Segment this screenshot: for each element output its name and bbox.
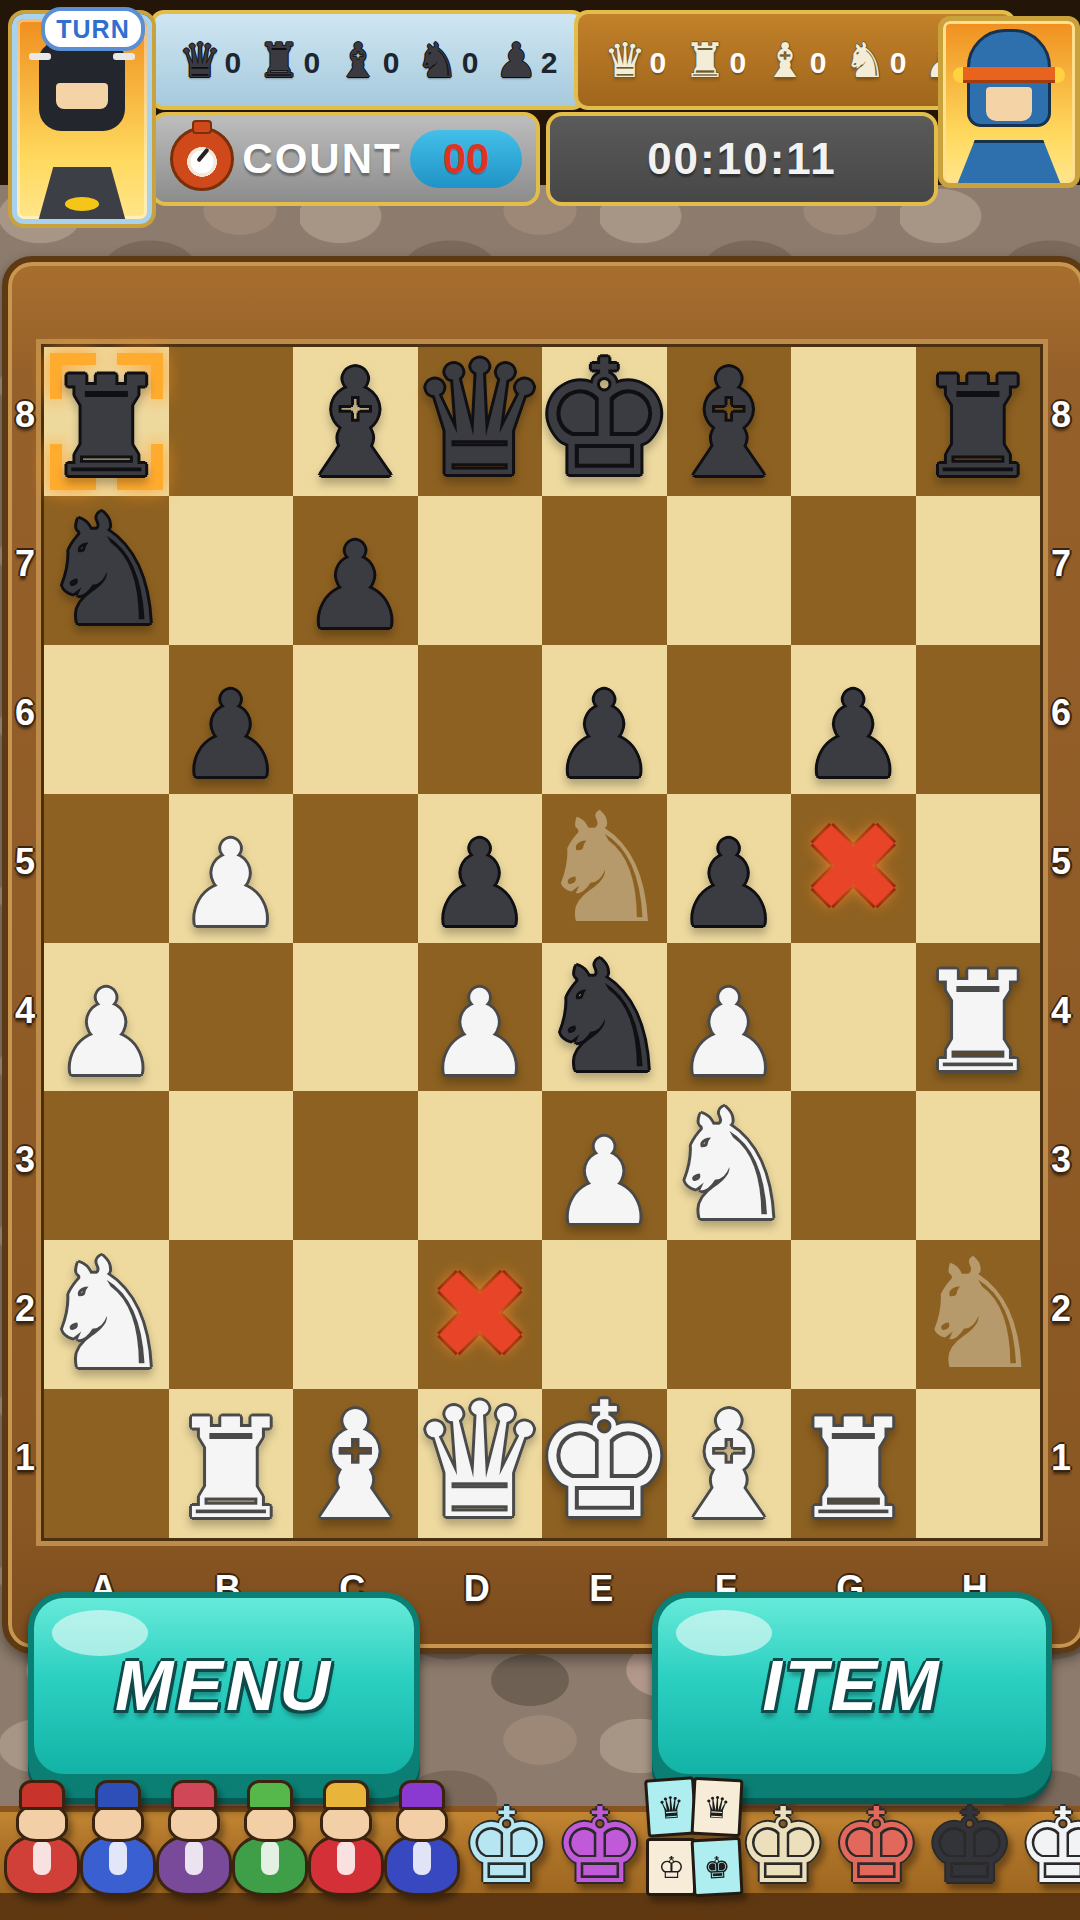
bishop-icon: ♝ <box>764 36 807 84</box>
square-g2[interactable] <box>791 1240 916 1389</box>
stopwatch-icon <box>170 127 234 191</box>
square-c2[interactable] <box>293 1240 418 1389</box>
knight-icon: ♞ <box>416 36 459 84</box>
captured-white-bishop-count: 0 <box>810 46 827 84</box>
rank-label-right-8: 8 <box>1041 394 1080 436</box>
captured-black-knight: ♞0 <box>416 36 479 84</box>
square-b5[interactable] <box>169 794 294 943</box>
square-e7[interactable] <box>542 496 667 645</box>
square-f5[interactable] <box>667 794 792 943</box>
skin-king-blue-crown[interactable] <box>80 1780 156 1896</box>
rank-label-right-6: 6 <box>1041 692 1080 734</box>
captured-black-knight-count: 0 <box>462 46 479 84</box>
captured-white-rook-count: 0 <box>730 46 747 84</box>
square-f6[interactable] <box>667 645 792 794</box>
square-f1[interactable] <box>667 1389 792 1538</box>
skin-king-red[interactable]: ♚ <box>830 1797 923 1896</box>
bishop-icon: ♝ <box>337 36 380 84</box>
square-c6[interactable] <box>293 645 418 794</box>
captured-white-knight: ♞0 <box>844 36 907 84</box>
square-c3[interactable] <box>293 1091 418 1240</box>
captured-black-queen: ♛0 <box>178 36 241 84</box>
count-label: COUNT <box>234 135 410 183</box>
pawn-icon: ♟ <box>495 36 538 84</box>
captured-black-rook: ♜0 <box>258 36 321 84</box>
square-d8[interactable] <box>418 347 543 496</box>
square-b3[interactable] <box>169 1091 294 1240</box>
captured-black-pawn: ♟2 <box>495 36 558 84</box>
rank-label-right-3: 3 <box>1041 1139 1080 1181</box>
rank-label-left-8: 8 <box>5 394 45 436</box>
square-c7[interactable] <box>293 496 418 645</box>
selected-square-highlight <box>44 347 169 496</box>
skin-king-ivory[interactable]: ♚ <box>736 1797 829 1896</box>
black-captured-tray: ♛0♜0♝0♞0♟2 <box>150 10 586 110</box>
square-c5[interactable] <box>293 794 418 943</box>
square-e2[interactable] <box>542 1240 667 1389</box>
skin-queen-red-dress[interactable] <box>308 1780 384 1896</box>
skin-king-black[interactable]: ♚ <box>923 1797 1016 1896</box>
square-g3[interactable] <box>791 1091 916 1240</box>
square-g6[interactable] <box>791 645 916 794</box>
rank-label-right-1: 1 <box>1041 1437 1080 1479</box>
square-g1[interactable] <box>791 1389 916 1538</box>
captured-black-pawn-count: 2 <box>541 46 558 84</box>
square-e6[interactable] <box>542 645 667 794</box>
skin-queen-purple-dress[interactable] <box>384 1780 460 1896</box>
game-timer: 00:10:11 <box>546 112 938 206</box>
red-x-marker-g5: ✖ <box>791 794 916 943</box>
left-player-avatar[interactable]: TURN <box>12 14 152 224</box>
square-f4[interactable] <box>667 943 792 1092</box>
count-value: 00 <box>410 130 522 188</box>
square-g4[interactable] <box>791 943 916 1092</box>
top-hud: TURN ♛0♜0♝0♞0♟2 ♛0♜0♝0♞0♟2 COUNT 00 00:1… <box>0 0 1080 185</box>
rank-label-right-5: 5 <box>1041 841 1080 883</box>
captured-black-queen-count: 0 <box>224 46 241 84</box>
square-b4[interactable] <box>169 943 294 1092</box>
captured-black-bishop: ♝0 <box>337 36 400 84</box>
square-a4[interactable] <box>44 943 169 1092</box>
cyclops-avatar-icon <box>943 21 1075 183</box>
right-player-avatar[interactable] <box>938 16 1080 188</box>
skin-glass-king-purple[interactable]: ♚ <box>553 1797 646 1896</box>
file-label-D: D <box>457 1568 497 1610</box>
square-h1[interactable] <box>916 1389 1041 1538</box>
knight-icon: ♞ <box>844 36 887 84</box>
square-h5[interactable] <box>916 794 1041 943</box>
square-g8[interactable] <box>791 347 916 496</box>
square-e5[interactable] <box>542 794 667 943</box>
file-label-E: E <box>581 1568 621 1610</box>
square-d1[interactable] <box>418 1389 543 1538</box>
square-e8[interactable] <box>542 347 667 496</box>
square-h8[interactable] <box>916 347 1041 496</box>
rank-label-left-4: 4 <box>5 990 45 1032</box>
rank-label-right-4: 4 <box>1041 990 1080 1032</box>
square-h4[interactable] <box>916 943 1041 1092</box>
queen-icon: ♛ <box>178 36 221 84</box>
square-c8[interactable] <box>293 347 418 496</box>
captured-white-knight-count: 0 <box>890 46 907 84</box>
skin-king-pink-turban[interactable] <box>156 1780 232 1896</box>
captured-black-bishop-count: 0 <box>383 46 400 84</box>
chess-game-screen: TURN ♛0♜0♝0♞0♟2 ♛0♜0♝0♞0♟2 COUNT 00 00:1… <box>0 0 1080 1920</box>
captured-white-rook: ♜0 <box>684 36 747 84</box>
rank-label-right-7: 7 <box>1041 543 1080 585</box>
queen-icon: ♛ <box>603 36 646 84</box>
piece-skins-row: ♚♚♛♛♔♚♚♚♚♚ <box>0 1700 1080 1896</box>
count-panel: COUNT 00 <box>150 112 540 206</box>
captured-white-queen-count: 0 <box>649 46 666 84</box>
square-a3[interactable] <box>44 1091 169 1240</box>
square-c1[interactable] <box>293 1389 418 1538</box>
captured-white-bishop: ♝0 <box>764 36 827 84</box>
captured-black-rook-count: 0 <box>304 46 321 84</box>
square-h3[interactable] <box>916 1091 1041 1240</box>
square-d5[interactable] <box>418 794 543 943</box>
rank-label-right-2: 2 <box>1041 1288 1080 1330</box>
square-e1[interactable] <box>542 1389 667 1538</box>
square-f8[interactable] <box>667 347 792 496</box>
rank-label-left-6: 6 <box>5 692 45 734</box>
square-b8[interactable] <box>169 347 294 496</box>
square-e4[interactable] <box>542 943 667 1092</box>
square-f7[interactable] <box>667 496 792 645</box>
rank-label-left-5: 5 <box>5 841 45 883</box>
square-a2[interactable] <box>44 1240 169 1389</box>
rook-icon: ♜ <box>258 36 301 84</box>
square-b7[interactable] <box>169 496 294 645</box>
square-h2[interactable] <box>916 1240 1041 1389</box>
rook-icon: ♜ <box>684 36 727 84</box>
square-a5[interactable] <box>44 794 169 943</box>
square-h7[interactable] <box>916 496 1041 645</box>
square-d4[interactable] <box>418 943 543 1092</box>
square-h6[interactable] <box>916 645 1041 794</box>
square-c4[interactable] <box>293 943 418 1092</box>
square-f2[interactable] <box>667 1240 792 1389</box>
square-d7[interactable] <box>418 496 543 645</box>
rank-label-left-1: 1 <box>5 1437 45 1479</box>
square-b6[interactable] <box>169 645 294 794</box>
square-d6[interactable] <box>418 645 543 794</box>
skin-king-white[interactable]: ♚ <box>1016 1797 1080 1896</box>
square-e3[interactable] <box>542 1091 667 1240</box>
square-f3[interactable] <box>667 1091 792 1240</box>
captured-white-queen: ♛0 <box>603 36 666 84</box>
square-a1[interactable] <box>44 1389 169 1538</box>
square-g7[interactable] <box>791 496 916 645</box>
square-d3[interactable] <box>418 1091 543 1240</box>
skin-king-red-crown[interactable] <box>4 1780 80 1896</box>
chess-board[interactable]: ♜♝♛♚♝♜♞♟♟♟♟♟♟♟♞♟♟♟♜♟♞♞♜♝♛♚♝♜♞♞✖✖ <box>41 344 1043 1541</box>
square-b1[interactable] <box>169 1389 294 1538</box>
red-x-marker-d2: ✖ <box>418 1240 543 1389</box>
square-b2[interactable] <box>169 1240 294 1389</box>
rank-label-left-7: 7 <box>5 543 45 585</box>
square-a7[interactable] <box>44 496 169 645</box>
skin-card-set[interactable]: ♛♛♔♚ <box>646 1778 736 1896</box>
skin-king-green-turban[interactable] <box>232 1780 308 1896</box>
turn-badge: TURN <box>41 7 145 51</box>
rank-label-left-3: 3 <box>5 1139 45 1181</box>
skin-glass-king-cyan[interactable]: ♚ <box>460 1797 553 1896</box>
rank-label-left-2: 2 <box>5 1288 45 1330</box>
square-a6[interactable] <box>44 645 169 794</box>
